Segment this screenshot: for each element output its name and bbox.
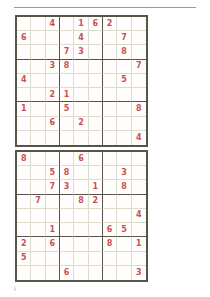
- cell-r3c2[interactable]: [31, 45, 45, 59]
- cell-r4c4[interactable]: 8: [60, 60, 74, 74]
- cell-r3c3[interactable]: [46, 45, 60, 59]
- cell-r3c2[interactable]: [31, 180, 45, 194]
- cell-r3c7[interactable]: [103, 45, 117, 59]
- cell-r3c9[interactable]: [132, 45, 146, 59]
- cell-r7c5[interactable]: [74, 237, 88, 251]
- cell-r9c9[interactable]: 4: [132, 131, 146, 145]
- sudoku-grid-1: 41626477383874521158624: [15, 15, 148, 147]
- cell-r9c3[interactable]: [46, 131, 60, 145]
- cell-r4c7[interactable]: [103, 195, 117, 209]
- cell-r2c8[interactable]: 3: [117, 166, 131, 180]
- cell-r2c1[interactable]: 6: [17, 31, 31, 45]
- cell-r9c8[interactable]: [117, 266, 131, 280]
- cell-r1c7[interactable]: 2: [103, 17, 117, 31]
- cell-r2c5[interactable]: 4: [74, 31, 88, 45]
- cell-r6c7[interactable]: 6: [103, 223, 117, 237]
- cell-r8c7[interactable]: [103, 252, 117, 266]
- cell-r5c7[interactable]: [103, 209, 117, 223]
- cell-r4c1[interactable]: [17, 195, 31, 209]
- cell-r9c8[interactable]: [117, 131, 131, 145]
- cell-r4c8[interactable]: [117, 195, 131, 209]
- cell-r2c5[interactable]: [74, 166, 88, 180]
- cell-r3c9[interactable]: [132, 180, 146, 194]
- cell-r1c4[interactable]: [60, 152, 74, 166]
- cell-r5c9[interactable]: 4: [132, 209, 146, 223]
- cell-r4c2[interactable]: 7: [31, 195, 45, 209]
- cell-r9c2[interactable]: [31, 131, 45, 145]
- cell-r3c8[interactable]: 8: [117, 45, 131, 59]
- cell-r1c2[interactable]: [31, 152, 45, 166]
- cell-r6c5[interactable]: [74, 88, 88, 102]
- cell-r7c7[interactable]: [103, 102, 117, 116]
- cell-r5c5[interactable]: [74, 209, 88, 223]
- cell-r3c5[interactable]: [74, 180, 88, 194]
- cell-r7c7[interactable]: 8: [103, 237, 117, 251]
- cell-r2c2[interactable]: [31, 31, 45, 45]
- cell-r7c9[interactable]: 8: [132, 102, 146, 116]
- cell-r9c3[interactable]: [46, 266, 60, 280]
- cell-r8c1[interactable]: [17, 117, 31, 131]
- cell-r2c3[interactable]: 5: [46, 166, 60, 180]
- cell-r5c1[interactable]: [17, 209, 31, 223]
- cell-r8c3[interactable]: 6: [46, 117, 60, 131]
- cell-r1c5[interactable]: 1: [74, 17, 88, 31]
- cell-r4c1[interactable]: [17, 60, 31, 74]
- cell-r7c2[interactable]: [31, 102, 45, 116]
- sudoku-grid-2: 86583731878241652681563: [15, 150, 148, 282]
- cell-r6c1[interactable]: [17, 223, 31, 237]
- cell-r8c9[interactable]: [132, 252, 146, 266]
- cell-r6c3[interactable]: 2: [46, 88, 60, 102]
- cell-r8c4[interactable]: [60, 252, 74, 266]
- cell-r1c9[interactable]: [132, 152, 146, 166]
- cell-r2c3[interactable]: [46, 31, 60, 45]
- cell-r1c8[interactable]: [117, 152, 131, 166]
- cell-r6c5[interactable]: [74, 223, 88, 237]
- cell-r2c7[interactable]: [103, 166, 117, 180]
- cell-r8c1[interactable]: 5: [17, 252, 31, 266]
- cell-r9c5[interactable]: [74, 131, 88, 145]
- cell-r3c6[interactable]: 1: [89, 180, 103, 194]
- cell-r5c8[interactable]: [117, 209, 131, 223]
- cell-r9c6[interactable]: [89, 131, 103, 145]
- cell-r2c2[interactable]: [31, 166, 45, 180]
- header-rule: [14, 7, 196, 8]
- cell-r8c5[interactable]: 2: [74, 117, 88, 131]
- cell-r3c3[interactable]: 7: [46, 180, 60, 194]
- cell-r5c1[interactable]: 4: [17, 74, 31, 88]
- cell-r7c3[interactable]: [46, 102, 60, 116]
- cell-r7c6[interactable]: [89, 102, 103, 116]
- cell-r8c2[interactable]: [31, 117, 45, 131]
- cell-r6c1[interactable]: [17, 88, 31, 102]
- footer-mark: i: [14, 285, 16, 292]
- cell-r8c6[interactable]: [89, 252, 103, 266]
- cell-r4c5[interactable]: [74, 60, 88, 74]
- cell-r1c6[interactable]: [89, 152, 103, 166]
- cell-r6c8[interactable]: [117, 88, 131, 102]
- cell-r1c8[interactable]: [117, 17, 131, 31]
- cell-r9c1[interactable]: [17, 131, 31, 145]
- cell-r4c6[interactable]: [89, 60, 103, 74]
- cell-r4c7[interactable]: [103, 60, 117, 74]
- cell-r9c2[interactable]: [31, 266, 45, 280]
- cell-r5c3[interactable]: [46, 74, 60, 88]
- cell-r3c7[interactable]: [103, 180, 117, 194]
- cell-r3c1[interactable]: [17, 45, 31, 59]
- sudoku-page: 41626477383874521158624 8658373187824165…: [0, 0, 210, 297]
- cell-r4c3[interactable]: 3: [46, 60, 60, 74]
- cell-r7c4[interactable]: [60, 237, 74, 251]
- cell-r7c2[interactable]: [31, 237, 45, 251]
- cell-r5c7[interactable]: [103, 74, 117, 88]
- cell-r3c1[interactable]: [17, 180, 31, 194]
- cell-r3c4[interactable]: 3: [60, 180, 74, 194]
- cell-r6c8[interactable]: 5: [117, 223, 131, 237]
- cell-r2c9[interactable]: [132, 166, 146, 180]
- cell-r1c3[interactable]: 4: [46, 17, 60, 31]
- cell-r1c7[interactable]: [103, 152, 117, 166]
- cell-r7c4[interactable]: 5: [60, 102, 74, 116]
- cell-r8c9[interactable]: [132, 117, 146, 131]
- cell-r7c1[interactable]: 1: [17, 102, 31, 116]
- cell-r5c6[interactable]: [89, 209, 103, 223]
- cell-r9c9[interactable]: 3: [132, 266, 146, 280]
- cell-r7c5[interactable]: [74, 102, 88, 116]
- cell-r4c9[interactable]: 7: [132, 60, 146, 74]
- cell-r9c7[interactable]: [103, 131, 117, 145]
- cell-r4c5[interactable]: 8: [74, 195, 88, 209]
- cell-r5c8[interactable]: 5: [117, 74, 131, 88]
- cell-r9c4[interactable]: [60, 131, 74, 145]
- cell-r4c6[interactable]: 2: [89, 195, 103, 209]
- cell-r2c8[interactable]: 7: [117, 31, 131, 45]
- cell-r1c3[interactable]: [46, 152, 60, 166]
- cell-r7c3[interactable]: 6: [46, 237, 60, 251]
- cell-r7c8[interactable]: [117, 102, 131, 116]
- cell-r4c9[interactable]: [132, 195, 146, 209]
- cell-r5c4[interactable]: [60, 209, 74, 223]
- cell-r7c1[interactable]: 2: [17, 237, 31, 251]
- cell-r2c7[interactable]: [103, 31, 117, 45]
- cell-r9c5[interactable]: [74, 266, 88, 280]
- cell-r7c6[interactable]: [89, 237, 103, 251]
- cell-r7c9[interactable]: 1: [132, 237, 146, 251]
- cell-r8c2[interactable]: [31, 252, 45, 266]
- cell-r1c5[interactable]: 6: [74, 152, 88, 166]
- cell-r3c6[interactable]: [89, 45, 103, 59]
- cell-r5c3[interactable]: [46, 209, 60, 223]
- cell-r5c2[interactable]: [31, 74, 45, 88]
- cell-r6c4[interactable]: 1: [60, 88, 74, 102]
- cell-r9c1[interactable]: [17, 266, 31, 280]
- cell-r6c2[interactable]: [31, 88, 45, 102]
- cell-r8c3[interactable]: [46, 252, 60, 266]
- cell-r2c1[interactable]: [17, 166, 31, 180]
- cell-r9c4[interactable]: 6: [60, 266, 74, 280]
- cell-r6c3[interactable]: 1: [46, 223, 60, 237]
- cell-r9c7[interactable]: [103, 266, 117, 280]
- cell-r1c1[interactable]: [17, 17, 31, 31]
- cell-r1c9[interactable]: [132, 17, 146, 31]
- cell-r1c6[interactable]: 6: [89, 17, 103, 31]
- cell-r8c8[interactable]: [117, 117, 131, 131]
- cell-r2c6[interactable]: [89, 31, 103, 45]
- cell-r8c4[interactable]: [60, 117, 74, 131]
- cell-r9c6[interactable]: [89, 266, 103, 280]
- cell-r8c6[interactable]: [89, 117, 103, 131]
- cell-r2c9[interactable]: [132, 31, 146, 45]
- cell-r1c4[interactable]: [60, 17, 74, 31]
- cell-r2c4[interactable]: 8: [60, 166, 74, 180]
- cell-r1c1[interactable]: 8: [17, 152, 31, 166]
- cell-r5c2[interactable]: [31, 209, 45, 223]
- cell-r8c8[interactable]: [117, 252, 131, 266]
- cell-r4c3[interactable]: [46, 195, 60, 209]
- cell-r5c5[interactable]: [74, 74, 88, 88]
- cell-r5c4[interactable]: [60, 74, 74, 88]
- cell-r6c9[interactable]: [132, 88, 146, 102]
- cell-r4c8[interactable]: [117, 60, 131, 74]
- cell-r6c6[interactable]: [89, 223, 103, 237]
- cell-r6c6[interactable]: [89, 88, 103, 102]
- cell-r3c4[interactable]: 7: [60, 45, 74, 59]
- cell-r4c2[interactable]: [31, 60, 45, 74]
- cell-r5c9[interactable]: [132, 74, 146, 88]
- cell-r4c4[interactable]: [60, 195, 74, 209]
- cell-r5c6[interactable]: [89, 74, 103, 88]
- cell-r7c8[interactable]: [117, 237, 131, 251]
- cell-r6c9[interactable]: [132, 223, 146, 237]
- cell-r6c2[interactable]: [31, 223, 45, 237]
- cell-r2c6[interactable]: [89, 166, 103, 180]
- cell-r3c8[interactable]: 8: [117, 180, 131, 194]
- cell-r8c5[interactable]: [74, 252, 88, 266]
- cell-r2c4[interactable]: [60, 31, 74, 45]
- cell-r6c4[interactable]: [60, 223, 74, 237]
- cell-r8c7[interactable]: [103, 117, 117, 131]
- cell-r1c2[interactable]: [31, 17, 45, 31]
- cell-r3c5[interactable]: 3: [74, 45, 88, 59]
- cell-r6c7[interactable]: [103, 88, 117, 102]
